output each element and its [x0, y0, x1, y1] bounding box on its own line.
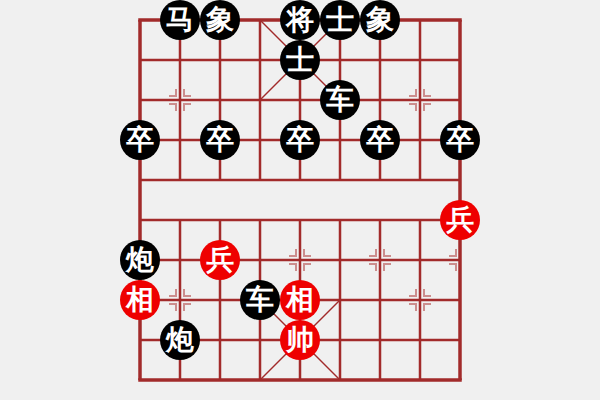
piece-red-soldier[interactable]: 兵	[200, 240, 240, 280]
piece-black-soldier[interactable]: 卒	[200, 120, 240, 160]
piece-black-cannon[interactable]: 炮	[120, 240, 160, 280]
piece-black-cannon[interactable]: 炮	[160, 320, 200, 360]
piece-black-soldier[interactable]: 卒	[280, 120, 320, 160]
piece-black-general[interactable]: 将	[280, 0, 320, 40]
piece-red-general[interactable]: 帅	[280, 320, 320, 360]
piece-black-soldier[interactable]: 卒	[120, 120, 160, 160]
piece-black-elephant[interactable]: 象	[200, 0, 240, 40]
piece-black-horse[interactable]: 马	[160, 0, 200, 40]
piece-black-chariot[interactable]: 车	[320, 80, 360, 120]
piece-red-elephant[interactable]: 相	[120, 280, 160, 320]
piece-black-advisor[interactable]: 士	[280, 40, 320, 80]
piece-black-elephant[interactable]: 象	[360, 0, 400, 40]
piece-black-soldier[interactable]: 卒	[360, 120, 400, 160]
piece-black-advisor[interactable]: 士	[320, 0, 360, 40]
screenshot-root: 马象将士象士车卒卒卒卒卒兵炮兵相车相炮帅	[0, 0, 600, 400]
piece-red-soldier[interactable]: 兵	[440, 200, 480, 240]
piece-black-soldier[interactable]: 卒	[440, 120, 480, 160]
piece-red-elephant[interactable]: 相	[280, 280, 320, 320]
piece-black-chariot[interactable]: 车	[240, 280, 280, 320]
